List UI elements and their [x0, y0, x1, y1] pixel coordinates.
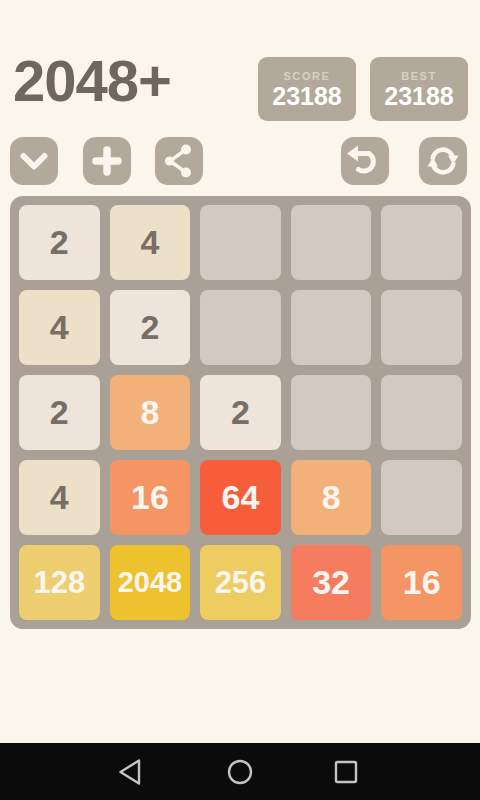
undo-icon [341, 137, 389, 185]
tile-8-r3c2: 8 [110, 375, 191, 450]
tile-4-r2c1: 4 [19, 290, 100, 365]
tile-256-r5c3: 256 [200, 545, 281, 620]
best-label: BEST [401, 70, 437, 82]
home-icon[interactable] [216, 743, 264, 800]
tile-16-r5c5: 16 [381, 545, 462, 620]
tile-2-r2c2: 2 [110, 290, 191, 365]
best-value: 23188 [384, 82, 454, 110]
tile-16-r4c2: 16 [110, 460, 191, 535]
empty-cell-r4c5 [381, 460, 462, 535]
empty-cell-r1c5 [381, 205, 462, 280]
tile-2-r3c3: 2 [200, 375, 281, 450]
score-label: SCORE [283, 70, 330, 82]
empty-cell-r1c4 [291, 205, 372, 280]
empty-cell-r3c4 [291, 375, 372, 450]
plus-icon [83, 137, 131, 185]
tile-4-r1c2: 4 [110, 205, 191, 280]
score-value: 23188 [272, 82, 342, 110]
board-grid[interactable]: 244228241664812820482563216 [10, 196, 471, 629]
tile-32-r5c4: 32 [291, 545, 372, 620]
best-box: BEST 23188 [370, 57, 468, 121]
empty-cell-r1c3 [200, 205, 281, 280]
back-icon[interactable] [109, 743, 157, 800]
chevron-down-icon [10, 137, 58, 185]
empty-cell-r2c4 [291, 290, 372, 365]
add-button[interactable] [83, 137, 131, 185]
recents-icon[interactable] [322, 743, 370, 800]
undo-button[interactable] [341, 137, 389, 185]
share-icon [155, 137, 203, 185]
collapse-button[interactable] [10, 137, 58, 185]
android-navbar [0, 743, 480, 800]
tile-2-r3c1: 2 [19, 375, 100, 450]
tile-128-r5c1: 128 [19, 545, 100, 620]
app-title: 2048+ [13, 52, 171, 110]
tile-4-r4c1: 4 [19, 460, 100, 535]
tile-64-r4c3: 64 [200, 460, 281, 535]
empty-cell-r2c5 [381, 290, 462, 365]
refresh-icon [419, 137, 467, 185]
tile-2048-r5c2: 2048 [110, 545, 191, 620]
score-box: SCORE 23188 [258, 57, 356, 121]
share-button[interactable] [155, 137, 203, 185]
refresh-button[interactable] [419, 137, 467, 185]
tile-8-r4c4: 8 [291, 460, 372, 535]
tile-2-r1c1: 2 [19, 205, 100, 280]
empty-cell-r3c5 [381, 375, 462, 450]
empty-cell-r2c3 [200, 290, 281, 365]
